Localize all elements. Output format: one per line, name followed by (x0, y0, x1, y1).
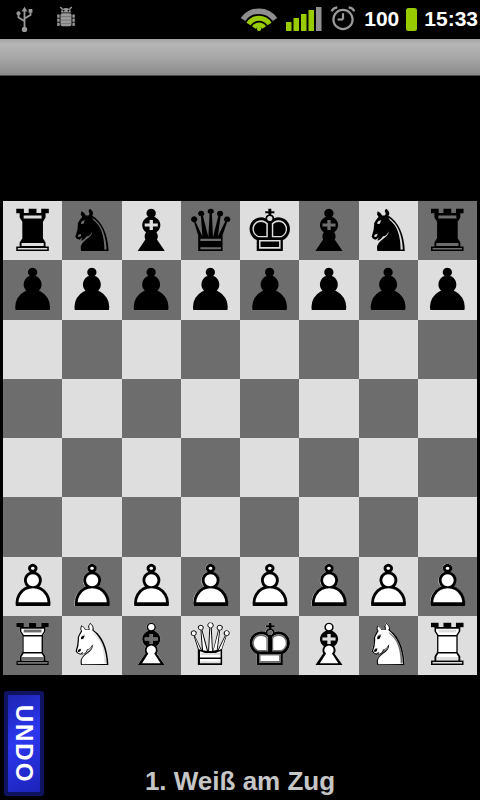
white-pawn: ♟ (359, 557, 418, 616)
black-pawn: ♟ (62, 260, 121, 319)
white-bishop: ♝ (299, 616, 358, 675)
square-h3[interactable] (418, 497, 477, 556)
white-pawn: ♟ (240, 557, 299, 616)
clock-time: 15:33 (424, 0, 478, 38)
status-bar-left-icons (12, 0, 79, 38)
square-g8[interactable]: ♞ (359, 201, 418, 260)
square-a5[interactable] (3, 379, 62, 438)
white-pawn: ♟ (418, 557, 477, 616)
square-b6[interactable] (62, 320, 121, 379)
square-b3[interactable] (62, 497, 121, 556)
black-pawn: ♟ (418, 260, 477, 319)
white-queen: ♛ (181, 616, 240, 675)
square-e4[interactable] (240, 438, 299, 497)
square-e8[interactable]: ♚ (240, 201, 299, 260)
white-king: ♚ (240, 616, 299, 675)
square-g2[interactable]: ♟♙ (359, 557, 418, 616)
square-h6[interactable] (418, 320, 477, 379)
square-h2[interactable]: ♟♙ (418, 557, 477, 616)
square-h7[interactable]: ♟ (418, 260, 477, 319)
square-d7[interactable]: ♟ (181, 260, 240, 319)
square-g3[interactable] (359, 497, 418, 556)
square-a6[interactable] (3, 320, 62, 379)
square-f8[interactable]: ♝ (299, 201, 358, 260)
square-c7[interactable]: ♟ (122, 260, 181, 319)
square-e5[interactable] (240, 379, 299, 438)
status-bar-right-icons: 100 15:33 (239, 0, 478, 38)
square-g5[interactable] (359, 379, 418, 438)
square-d8[interactable]: ♛ (181, 201, 240, 260)
square-g6[interactable] (359, 320, 418, 379)
white-pawn-outline: ♙ (3, 557, 62, 616)
square-g4[interactable] (359, 438, 418, 497)
square-b8[interactable]: ♞ (62, 201, 121, 260)
square-d2[interactable]: ♟♙ (181, 557, 240, 616)
square-f3[interactable] (299, 497, 358, 556)
square-f6[interactable] (299, 320, 358, 379)
white-knight-outline: ♘ (62, 616, 121, 675)
square-c2[interactable]: ♟♙ (122, 557, 181, 616)
square-e6[interactable] (240, 320, 299, 379)
square-f7[interactable]: ♟ (299, 260, 358, 319)
white-pawn-outline: ♙ (359, 557, 418, 616)
square-a3[interactable] (3, 497, 62, 556)
white-bishop: ♝ (122, 616, 181, 675)
square-b7[interactable]: ♟ (62, 260, 121, 319)
wifi-icon (239, 7, 279, 31)
black-bishop: ♝ (299, 201, 358, 260)
square-f1[interactable]: ♝♗ (299, 616, 358, 675)
square-d1[interactable]: ♛♕ (181, 616, 240, 675)
square-d5[interactable] (181, 379, 240, 438)
white-pawn-outline: ♙ (122, 557, 181, 616)
square-c4[interactable] (122, 438, 181, 497)
square-a2[interactable]: ♟♙ (3, 557, 62, 616)
battery-percent: 100 (364, 0, 399, 38)
white-pawn: ♟ (181, 557, 240, 616)
black-rook: ♜ (3, 201, 62, 260)
square-h8[interactable]: ♜ (418, 201, 477, 260)
black-pawn: ♟ (359, 260, 418, 319)
white-rook: ♜ (3, 616, 62, 675)
white-pawn: ♟ (3, 557, 62, 616)
square-f5[interactable] (299, 379, 358, 438)
app-title-bar (0, 39, 480, 76)
black-queen: ♛ (181, 201, 240, 260)
black-bishop: ♝ (122, 201, 181, 260)
square-a1[interactable]: ♜♖ (3, 616, 62, 675)
white-pawn: ♟ (299, 557, 358, 616)
white-knight-outline: ♘ (359, 616, 418, 675)
square-c5[interactable] (122, 379, 181, 438)
square-b4[interactable] (62, 438, 121, 497)
square-g1[interactable]: ♞♘ (359, 616, 418, 675)
black-knight: ♞ (359, 201, 418, 260)
white-knight: ♞ (62, 616, 121, 675)
black-rook: ♜ (418, 201, 477, 260)
white-rook-outline: ♖ (418, 616, 477, 675)
square-c3[interactable] (122, 497, 181, 556)
square-f2[interactable]: ♟♙ (299, 557, 358, 616)
square-h4[interactable] (418, 438, 477, 497)
square-c1[interactable]: ♝♗ (122, 616, 181, 675)
square-e7[interactable]: ♟ (240, 260, 299, 319)
black-pawn: ♟ (122, 260, 181, 319)
black-pawn: ♟ (3, 260, 62, 319)
white-pawn: ♟ (122, 557, 181, 616)
white-pawn-outline: ♙ (299, 557, 358, 616)
signal-strength-icon (286, 7, 322, 31)
battery-icon (406, 8, 417, 31)
square-h5[interactable] (418, 379, 477, 438)
white-pawn-outline: ♙ (418, 557, 477, 616)
chess-board: ♜♞♝♛♚♝♞♜♟♟♟♟♟♟♟♟♟♙♟♙♟♙♟♙♟♙♟♙♟♙♟♙♜♖♞♘♝♗♛♕… (3, 201, 477, 675)
move-status-text: 1. Weiß am Zug (0, 766, 480, 797)
adb-debug-icon (53, 6, 79, 32)
white-bishop-outline: ♗ (299, 616, 358, 675)
white-pawn-outline: ♙ (181, 557, 240, 616)
white-queen-outline: ♕ (181, 616, 240, 675)
black-knight: ♞ (62, 201, 121, 260)
square-e2[interactable]: ♟♙ (240, 557, 299, 616)
square-a8[interactable]: ♜ (3, 201, 62, 260)
white-king-outline: ♔ (240, 616, 299, 675)
black-pawn: ♟ (240, 260, 299, 319)
square-b2[interactable]: ♟♙ (62, 557, 121, 616)
square-d4[interactable] (181, 438, 240, 497)
square-d3[interactable] (181, 497, 240, 556)
alarm-clock-icon (329, 5, 357, 33)
square-h1[interactable]: ♜♖ (418, 616, 477, 675)
android-status-bar[interactable]: 100 15:33 (0, 0, 480, 38)
white-knight: ♞ (359, 616, 418, 675)
square-e1[interactable]: ♚♔ (240, 616, 299, 675)
black-pawn: ♟ (299, 260, 358, 319)
square-c8[interactable]: ♝ (122, 201, 181, 260)
square-d6[interactable] (181, 320, 240, 379)
square-g7[interactable]: ♟ (359, 260, 418, 319)
white-bishop-outline: ♗ (122, 616, 181, 675)
square-b1[interactable]: ♞♘ (62, 616, 121, 675)
white-pawn-outline: ♙ (62, 557, 121, 616)
square-a7[interactable]: ♟ (3, 260, 62, 319)
square-e3[interactable] (240, 497, 299, 556)
black-king: ♚ (240, 201, 299, 260)
square-b5[interactable] (62, 379, 121, 438)
square-c6[interactable] (122, 320, 181, 379)
white-pawn-outline: ♙ (240, 557, 299, 616)
white-pawn: ♟ (62, 557, 121, 616)
usb-icon (12, 6, 37, 33)
square-a4[interactable] (3, 438, 62, 497)
black-pawn: ♟ (181, 260, 240, 319)
square-f4[interactable] (299, 438, 358, 497)
white-rook-outline: ♖ (3, 616, 62, 675)
white-rook: ♜ (418, 616, 477, 675)
